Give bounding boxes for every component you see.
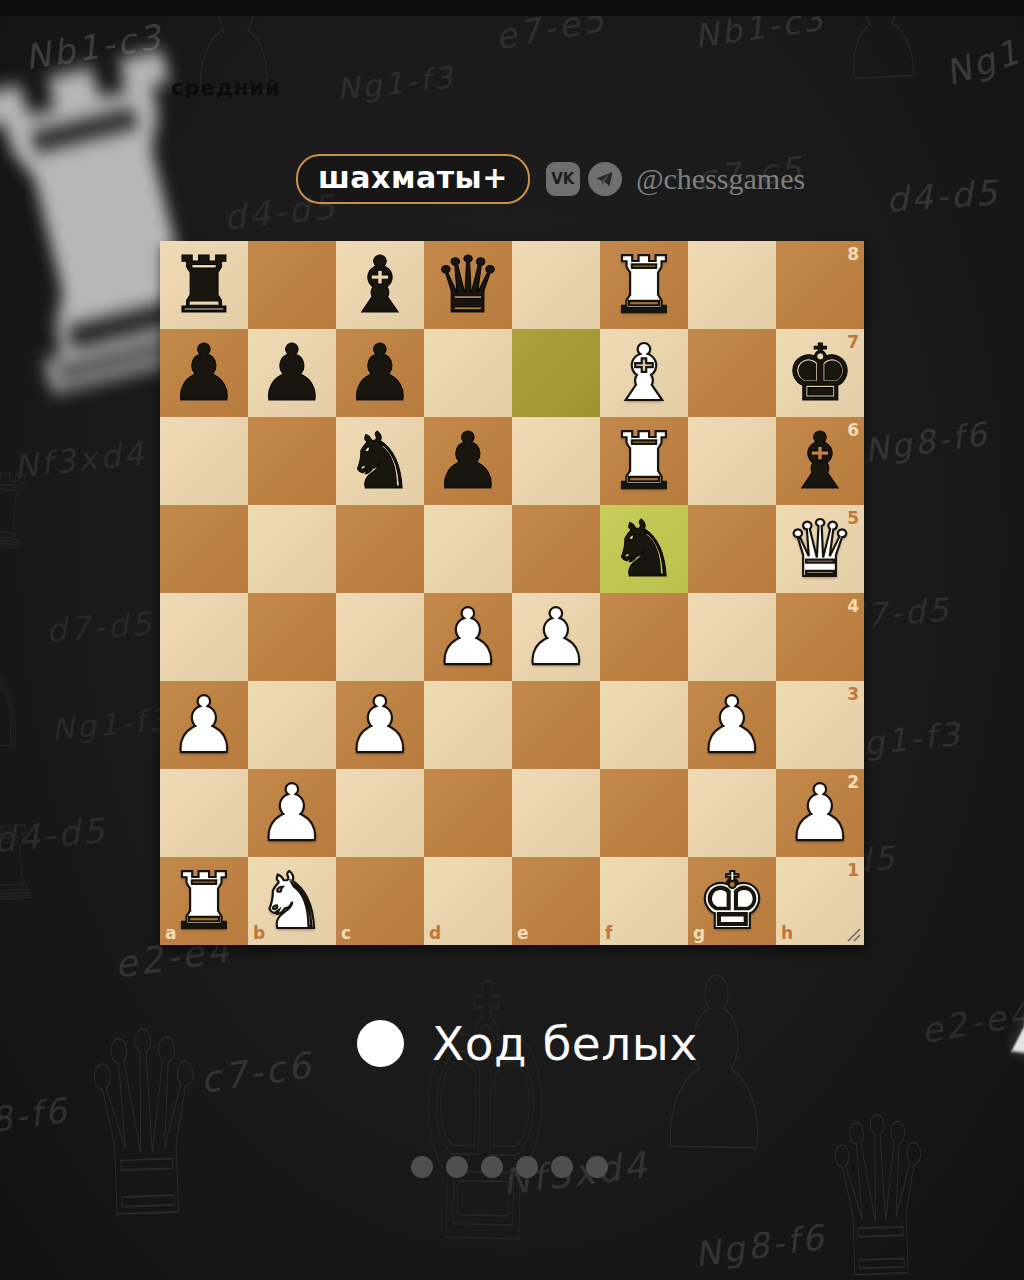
piece-white-bishop[interactable]: ♝ (609, 329, 679, 417)
sketch-queen-icon: ♛ (819, 1088, 940, 1280)
square-f3[interactable] (600, 681, 688, 769)
vk-icon[interactable]: VK (546, 162, 580, 196)
carousel-dot-3[interactable] (481, 1156, 503, 1178)
coord-file-h: h (781, 923, 793, 943)
coord-rank-3: 3 (847, 684, 859, 704)
square-c8[interactable]: ♝ (336, 241, 424, 329)
piece-white-pawn[interactable]: ♟ (169, 681, 239, 769)
coord-rank-7: 7 (847, 332, 859, 352)
piece-black-bishop[interactable]: ♝ (345, 241, 415, 329)
piece-white-knight[interactable]: ♞ (257, 857, 327, 945)
carousel-dot-1[interactable] (411, 1156, 433, 1178)
square-b8[interactable] (248, 241, 336, 329)
square-a1[interactable]: ♜a (160, 857, 248, 945)
square-e7[interactable] (512, 329, 600, 417)
square-c6[interactable]: ♞ (336, 417, 424, 505)
channel-handle[interactable]: @chessgames (636, 162, 805, 196)
bg-notation: Ng8-f6 (0, 1090, 72, 1148)
piece-white-rook[interactable]: ♜ (609, 241, 679, 329)
sketch-queen-icon: ♛ (75, 998, 215, 1254)
difficulty-label: средний (171, 76, 281, 100)
sketch-king-icon: ♚ (409, 939, 560, 1280)
piece-black-pawn[interactable]: ♟ (433, 417, 503, 505)
carousel-dot-4[interactable] (516, 1156, 538, 1178)
piece-black-king[interactable]: ♚ (785, 329, 855, 417)
piece-white-rook[interactable]: ♜ (609, 417, 679, 505)
bg-notation: Ng8-f6 (862, 414, 992, 469)
square-a4[interactable] (160, 593, 248, 681)
square-d3[interactable] (424, 681, 512, 769)
bg-notation: d4-d5 (885, 172, 1001, 220)
square-b6[interactable] (248, 417, 336, 505)
page: Nb1-c3Ng1-f3e7-e5Nb1-c3Ng1d4-d5c7-c5d4-d… (0, 0, 1024, 1280)
square-e5[interactable] (512, 505, 600, 593)
square-e4[interactable]: ♟ (512, 593, 600, 681)
square-f2[interactable] (600, 769, 688, 857)
piece-white-pawn[interactable]: ♟ (345, 681, 415, 769)
square-g2[interactable] (688, 769, 776, 857)
bg-notation: d7-d5 (45, 604, 155, 649)
piece-white-queen[interactable]: ♛ (785, 505, 855, 593)
square-e6[interactable] (512, 417, 600, 505)
square-h8[interactable]: 8 (776, 241, 864, 329)
square-c5[interactable] (336, 505, 424, 593)
square-b5[interactable] (248, 505, 336, 593)
sketch-rook-icon: ♜ (0, 813, 43, 917)
square-h4[interactable]: 4 (776, 593, 864, 681)
header: шахматы+ VK @chessgames (296, 156, 805, 202)
move-caption: Ход белых (357, 1016, 698, 1071)
bg-notation: Ng1-f3 (50, 702, 172, 747)
square-c1[interactable]: c (336, 857, 424, 945)
square-b4[interactable] (248, 593, 336, 681)
brand-badge: шахматы+ (296, 154, 530, 204)
square-e3[interactable] (512, 681, 600, 769)
piece-white-pawn[interactable]: ♟ (697, 681, 767, 769)
square-g8[interactable] (688, 241, 776, 329)
square-b3[interactable] (248, 681, 336, 769)
coord-rank-1: 1 (847, 860, 859, 880)
square-e8[interactable] (512, 241, 600, 329)
square-d6[interactable]: ♟ (424, 417, 512, 505)
square-b7[interactable]: ♟ (248, 329, 336, 417)
square-c7[interactable]: ♟ (336, 329, 424, 417)
coord-file-a: a (165, 923, 176, 943)
piece-white-king[interactable]: ♚ (697, 857, 767, 945)
square-f8[interactable]: ♜ (600, 241, 688, 329)
resize-handle-icon[interactable] (846, 927, 861, 942)
square-d8[interactable]: ♛ (424, 241, 512, 329)
square-f1[interactable]: f (600, 857, 688, 945)
square-b1[interactable]: ♞b (248, 857, 336, 945)
white-to-move-icon (357, 1020, 404, 1067)
square-e2[interactable] (512, 769, 600, 857)
square-g1[interactable]: ♚g (688, 857, 776, 945)
move-caption-text: Ход белых (432, 1016, 698, 1071)
square-g5[interactable] (688, 505, 776, 593)
sketch-knight-icon: ♞ (0, 645, 36, 765)
square-h7[interactable]: ♚7 (776, 329, 864, 417)
piece-black-queen[interactable]: ♛ (433, 241, 503, 329)
carousel-dots (411, 1156, 608, 1178)
bg-notation: Ng1-f3 (335, 60, 457, 107)
square-a3[interactable]: ♟ (160, 681, 248, 769)
coord-rank-8: 8 (847, 244, 859, 264)
bg-notation: Ng8-f6 (692, 1217, 829, 1275)
telegram-icon[interactable] (588, 162, 622, 196)
square-f4[interactable] (600, 593, 688, 681)
square-d5[interactable] (424, 505, 512, 593)
piece-white-rook[interactable]: ♜ (169, 857, 239, 945)
square-a7[interactable]: ♟ (160, 329, 248, 417)
piece-black-knight[interactable]: ♞ (609, 505, 679, 593)
coord-rank-6: 6 (847, 420, 859, 440)
square-d4[interactable]: ♟ (424, 593, 512, 681)
sketch-bishop-icon: ♝ (945, 633, 1024, 1149)
coord-file-e: e (517, 923, 529, 943)
square-d1[interactable]: d (424, 857, 512, 945)
piece-white-pawn[interactable]: ♟ (785, 769, 855, 857)
square-c3[interactable]: ♟ (336, 681, 424, 769)
piece-black-pawn[interactable]: ♟ (345, 329, 415, 417)
coord-file-f: f (605, 923, 612, 943)
carousel-dot-6[interactable] (586, 1156, 608, 1178)
square-g3[interactable]: ♟ (688, 681, 776, 769)
square-b2[interactable]: ♟ (248, 769, 336, 857)
carousel-dot-5[interactable] (551, 1156, 573, 1178)
square-g4[interactable] (688, 593, 776, 681)
square-a5[interactable] (160, 505, 248, 593)
coord-file-d: d (429, 923, 441, 943)
square-g7[interactable] (688, 329, 776, 417)
square-h5[interactable]: ♛5 (776, 505, 864, 593)
square-d7[interactable] (424, 329, 512, 417)
square-e1[interactable]: e (512, 857, 600, 945)
square-f5[interactable]: ♞ (600, 505, 688, 593)
square-f7[interactable]: ♝ (600, 329, 688, 417)
square-a6[interactable] (160, 417, 248, 505)
coord-file-g: g (693, 923, 705, 943)
square-a2[interactable] (160, 769, 248, 857)
coord-file-c: c (341, 923, 351, 943)
piece-black-rook[interactable]: ♜ (169, 241, 239, 329)
piece-white-pawn[interactable]: ♟ (433, 593, 503, 681)
piece-black-bishop[interactable]: ♝ (785, 417, 855, 505)
square-c4[interactable] (336, 593, 424, 681)
square-c2[interactable] (336, 769, 424, 857)
square-d2[interactable] (424, 769, 512, 857)
square-a8[interactable]: ♜ (160, 241, 248, 329)
square-h6[interactable]: ♝6 (776, 417, 864, 505)
square-f6[interactable]: ♜ (600, 417, 688, 505)
bg-notation: Ng1 (940, 31, 1024, 93)
piece-white-pawn[interactable]: ♟ (521, 593, 591, 681)
piece-black-pawn[interactable]: ♟ (257, 329, 327, 417)
square-g6[interactable] (688, 417, 776, 505)
carousel-dot-2[interactable] (446, 1156, 468, 1178)
coord-rank-2: 2 (847, 772, 859, 792)
bg-notation: c7-c6 (198, 1044, 316, 1100)
paper-plane-icon (595, 169, 615, 189)
piece-black-knight[interactable]: ♞ (345, 417, 415, 505)
square-h2[interactable]: ♟2 (776, 769, 864, 857)
coord-file-b: b (253, 923, 265, 943)
chess-board: ♜♝♛♜8♟♟♟♝♚7♞♟♜♝6♞♛5♟♟4♟♟♟3♟♟2♜a♞bcdef♚g1… (160, 241, 864, 945)
coord-rank-5: 5 (847, 508, 859, 528)
square-h1[interactable]: 1h (776, 857, 864, 945)
top-strip (0, 0, 1024, 16)
piece-black-pawn[interactable]: ♟ (169, 329, 239, 417)
piece-white-pawn[interactable]: ♟ (257, 769, 327, 857)
square-h3[interactable]: 3 (776, 681, 864, 769)
coord-rank-4: 4 (847, 596, 859, 616)
